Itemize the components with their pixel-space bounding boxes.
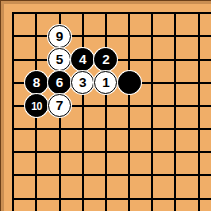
grid-line-horizontal [12,35,211,37]
grid-line-horizontal [12,151,211,153]
grid-line-horizontal [12,174,211,176]
grid-line-vertical [151,12,153,211]
grid-line-vertical [198,12,200,211]
grid-line-vertical [105,12,107,211]
grid-line-horizontal [12,12,211,14]
stone-black-plain [118,71,141,94]
stone-white-9: 9 [48,25,71,48]
grid-line-horizontal [12,198,211,200]
grid-line-vertical [128,12,130,211]
go-board: 95428631107 [0,0,211,211]
grid-line-vertical [82,12,84,211]
grid-line-vertical [12,12,14,211]
grid-line-horizontal [12,128,211,130]
grid-line-vertical [174,12,176,211]
